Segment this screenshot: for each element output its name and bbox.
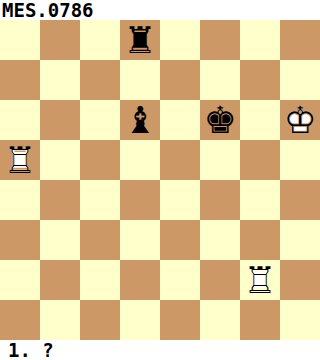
square-b8[interactable]	[40, 20, 80, 60]
square-c6[interactable]	[80, 100, 120, 140]
square-a7[interactable]	[0, 60, 40, 100]
white-rook[interactable]: ♜♖	[0, 140, 40, 180]
square-b5[interactable]	[40, 140, 80, 180]
square-f4[interactable]	[200, 180, 240, 220]
square-a3[interactable]	[0, 220, 40, 260]
square-g4[interactable]	[240, 180, 280, 220]
square-c8[interactable]	[80, 20, 120, 60]
square-d5[interactable]	[120, 140, 160, 180]
square-c1[interactable]	[80, 300, 120, 340]
square-d1[interactable]	[120, 300, 160, 340]
square-h2[interactable]	[280, 260, 320, 300]
square-c3[interactable]	[80, 220, 120, 260]
square-e2[interactable]	[160, 260, 200, 300]
square-b6[interactable]	[40, 100, 80, 140]
white-king[interactable]: ♚♔	[280, 100, 320, 140]
square-g2[interactable]: ♜♖	[240, 260, 280, 300]
square-a2[interactable]	[0, 260, 40, 300]
square-a6[interactable]	[0, 100, 40, 140]
square-g8[interactable]	[240, 20, 280, 60]
square-h7[interactable]	[280, 60, 320, 100]
square-d7[interactable]	[120, 60, 160, 100]
square-f3[interactable]	[200, 220, 240, 260]
square-b1[interactable]	[40, 300, 80, 340]
square-f6[interactable]: ♚	[200, 100, 240, 140]
square-e3[interactable]	[160, 220, 200, 260]
square-h3[interactable]	[280, 220, 320, 260]
square-b3[interactable]	[40, 220, 80, 260]
square-b2[interactable]	[40, 260, 80, 300]
square-g5[interactable]	[240, 140, 280, 180]
white-king-outline: ♔	[280, 100, 320, 140]
square-a5[interactable]: ♜♖	[0, 140, 40, 180]
square-e6[interactable]	[160, 100, 200, 140]
white-rook[interactable]: ♜♖	[240, 260, 280, 300]
square-e7[interactable]	[160, 60, 200, 100]
square-g1[interactable]	[240, 300, 280, 340]
square-a4[interactable]	[0, 180, 40, 220]
square-c4[interactable]	[80, 180, 120, 220]
square-f5[interactable]	[200, 140, 240, 180]
square-h4[interactable]	[280, 180, 320, 220]
puzzle-title: MES.0786	[0, 0, 320, 20]
square-c7[interactable]	[80, 60, 120, 100]
square-f8[interactable]	[200, 20, 240, 60]
black-king[interactable]: ♚	[200, 100, 240, 140]
square-b4[interactable]	[40, 180, 80, 220]
square-e4[interactable]	[160, 180, 200, 220]
move-prompt: 1. ?	[0, 340, 320, 360]
square-f1[interactable]	[200, 300, 240, 340]
square-c5[interactable]	[80, 140, 120, 180]
square-a8[interactable]	[0, 20, 40, 60]
black-rook[interactable]: ♜	[120, 20, 160, 60]
square-c2[interactable]	[80, 260, 120, 300]
square-e8[interactable]	[160, 20, 200, 60]
black-bishop[interactable]: ♝	[120, 100, 160, 140]
square-d2[interactable]	[120, 260, 160, 300]
square-e1[interactable]	[160, 300, 200, 340]
square-g6[interactable]	[240, 100, 280, 140]
square-b7[interactable]	[40, 60, 80, 100]
square-a1[interactable]	[0, 300, 40, 340]
chess-board: ♜♝♚♚♔♜♖♜♖	[0, 20, 320, 340]
square-h5[interactable]	[280, 140, 320, 180]
square-g3[interactable]	[240, 220, 280, 260]
square-d6[interactable]: ♝	[120, 100, 160, 140]
square-g7[interactable]	[240, 60, 280, 100]
square-f7[interactable]	[200, 60, 240, 100]
square-d8[interactable]: ♜	[120, 20, 160, 60]
white-rook-outline: ♖	[0, 140, 40, 180]
square-h8[interactable]	[280, 20, 320, 60]
square-h1[interactable]	[280, 300, 320, 340]
square-e5[interactable]	[160, 140, 200, 180]
square-h6[interactable]: ♚♔	[280, 100, 320, 140]
white-rook-outline: ♖	[240, 260, 280, 300]
square-d3[interactable]	[120, 220, 160, 260]
square-d4[interactable]	[120, 180, 160, 220]
square-f2[interactable]	[200, 260, 240, 300]
